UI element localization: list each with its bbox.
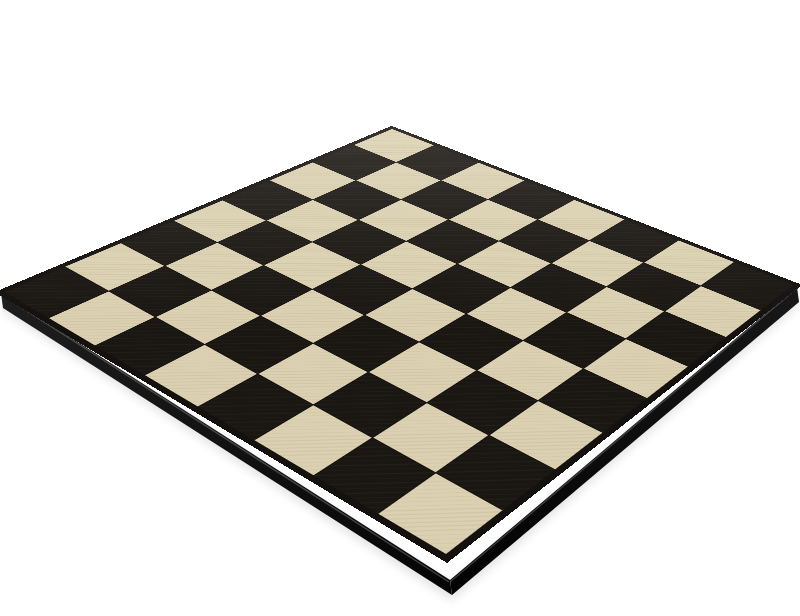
chessboard-product-photo: [0, 0, 800, 616]
